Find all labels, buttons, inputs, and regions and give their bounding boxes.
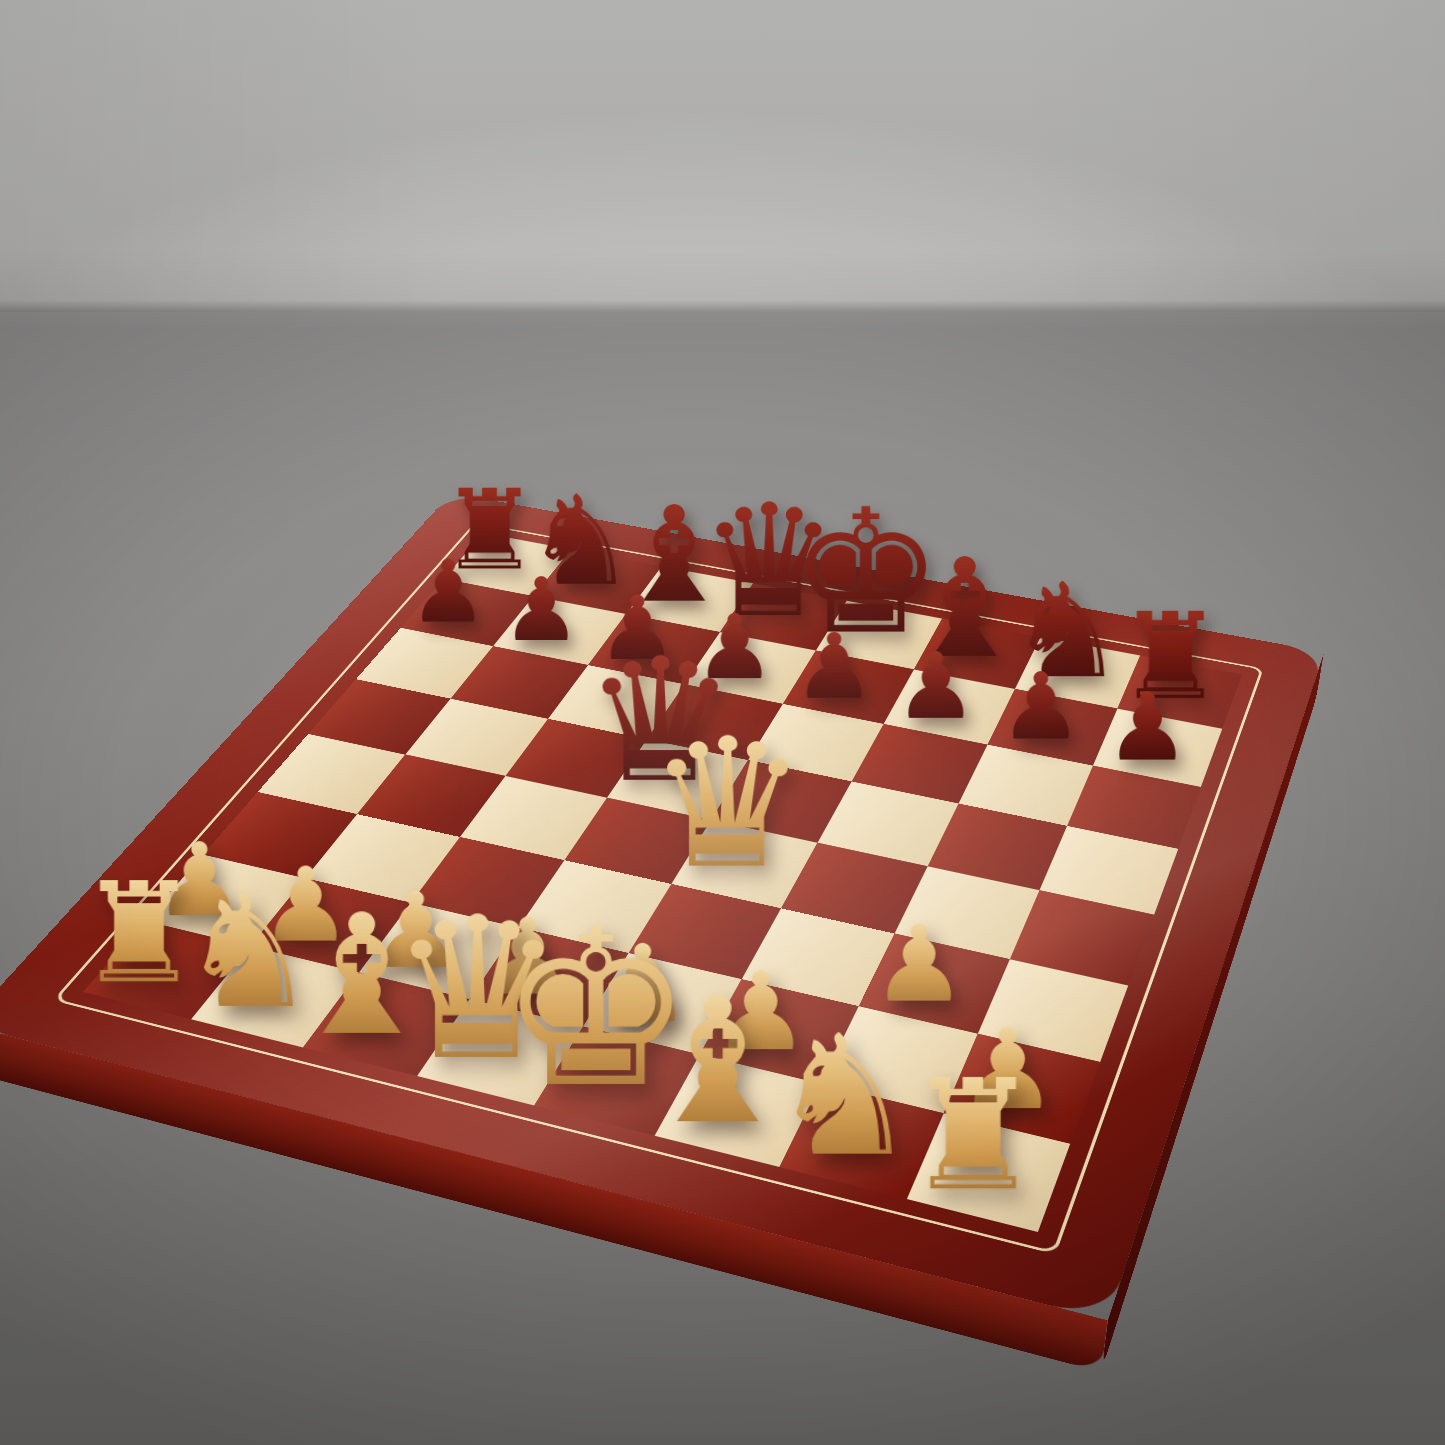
red-pawn[interactable]: ♟ [1049, 680, 1246, 774]
white-queen[interactable]: ♛ [622, 715, 832, 894]
square-a4[interactable] [257, 734, 405, 814]
white-rook[interactable]: ♜ [851, 1060, 1095, 1212]
scene: ♜♞♝♛♚♝♞♜♟♟♟♟♟♟♟♟♛♛♟♟♟♟♟♟♟♟♜♞♝♛♚♝♞♜ [0, 0, 1445, 1445]
chess-board: ♜♞♝♛♚♝♞♜♟♟♟♟♟♟♟♟♛♛♟♟♟♟♟♟♟♟♜♞♝♛♚♝♞♜ [0, 493, 1324, 1320]
square-h1[interactable]: ♜ [907, 1113, 1071, 1232]
board-frame: ♜♞♝♛♚♝♞♜♟♟♟♟♟♟♟♟♛♛♟♟♟♟♟♟♟♟♜♞♝♛♚♝♞♜ [0, 493, 1324, 1320]
square-h7[interactable]: ♟ [1093, 709, 1222, 787]
background-wall [0, 0, 1445, 312]
